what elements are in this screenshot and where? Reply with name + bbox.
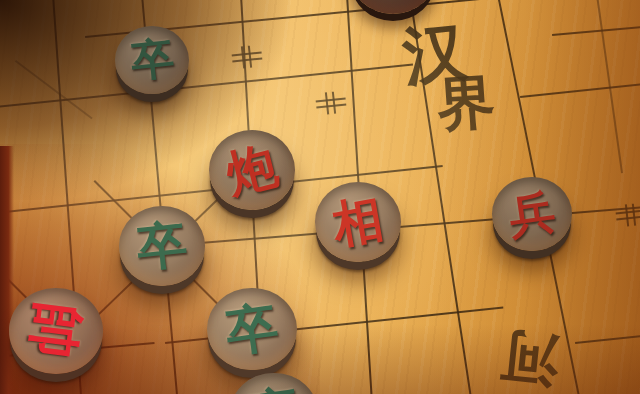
pieces-layer: 卒炮卒相兵帥卒卒 <box>0 0 640 394</box>
piece-char-pao: 炮 <box>222 140 283 201</box>
piece-cut-top[interactable] <box>350 0 436 14</box>
piece-pao[interactable]: 炮 <box>209 130 295 209</box>
piece-char-xiang: 相 <box>329 193 387 251</box>
piece-char-bing: 兵 <box>506 188 558 240</box>
piece-zu-a[interactable]: 卒 <box>115 26 189 94</box>
piece-char-zu-d: 卒 <box>245 384 303 394</box>
piece-shuai[interactable]: 帥 <box>9 288 103 374</box>
piece-zu-c[interactable]: 卒 <box>207 288 297 371</box>
piece-char-zu-b: 卒 <box>135 219 190 274</box>
piece-xiang[interactable]: 相 <box>315 182 401 261</box>
piece-char-zu-a: 卒 <box>128 36 175 83</box>
xiangqi-photo-scene: 汉 界 河 卒炮卒相兵帥卒卒 <box>0 0 640 394</box>
piece-zu-d[interactable]: 卒 <box>230 373 318 394</box>
piece-char-zu-c: 卒 <box>223 300 282 359</box>
piece-char-shuai: 帥 <box>25 300 86 361</box>
piece-bing[interactable]: 兵 <box>492 177 572 251</box>
piece-zu-b[interactable]: 卒 <box>119 206 205 285</box>
